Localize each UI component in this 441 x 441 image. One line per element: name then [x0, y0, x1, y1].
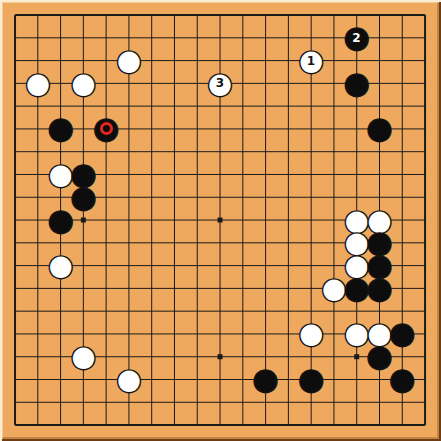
intersection[interactable]	[345, 368, 368, 391]
intersection[interactable]	[300, 391, 323, 414]
intersection[interactable]	[209, 300, 232, 323]
intersection[interactable]	[186, 95, 209, 118]
intersection[interactable]	[117, 209, 140, 232]
intersection[interactable]	[117, 140, 140, 163]
intersection[interactable]: ●	[368, 254, 391, 277]
intersection[interactable]	[4, 391, 27, 414]
intersection[interactable]	[140, 254, 163, 277]
intersection[interactable]: ●	[345, 231, 368, 254]
intersection[interactable]	[413, 117, 436, 140]
intersection[interactable]	[72, 26, 95, 49]
intersection[interactable]	[49, 322, 72, 345]
intersection[interactable]	[254, 72, 277, 95]
intersection[interactable]: ●	[300, 322, 323, 345]
intersection[interactable]	[277, 300, 300, 323]
intersection[interactable]	[117, 322, 140, 345]
intersection[interactable]	[117, 277, 140, 300]
intersection[interactable]	[300, 300, 323, 323]
intersection[interactable]	[345, 117, 368, 140]
intersection[interactable]	[322, 117, 345, 140]
intersection[interactable]	[72, 95, 95, 118]
intersection[interactable]	[49, 345, 72, 368]
intersection[interactable]	[26, 231, 49, 254]
intersection[interactable]	[254, 413, 277, 436]
intersection[interactable]	[391, 209, 414, 232]
intersection[interactable]	[140, 209, 163, 232]
intersection[interactable]	[209, 95, 232, 118]
intersection[interactable]	[345, 300, 368, 323]
intersection[interactable]	[209, 4, 232, 27]
intersection[interactable]	[413, 277, 436, 300]
intersection[interactable]	[163, 345, 186, 368]
intersection[interactable]	[254, 117, 277, 140]
intersection[interactable]	[26, 322, 49, 345]
intersection[interactable]	[49, 391, 72, 414]
intersection[interactable]	[277, 72, 300, 95]
intersection[interactable]: ●	[345, 209, 368, 232]
intersection[interactable]	[49, 4, 72, 27]
intersection[interactable]	[231, 322, 254, 345]
intersection[interactable]	[163, 49, 186, 72]
intersection[interactable]	[163, 231, 186, 254]
intersection[interactable]	[26, 277, 49, 300]
intersection[interactable]	[26, 368, 49, 391]
intersection[interactable]	[209, 49, 232, 72]
intersection[interactable]	[140, 95, 163, 118]
intersection[interactable]	[300, 231, 323, 254]
intersection[interactable]	[186, 231, 209, 254]
intersection[interactable]	[368, 4, 391, 27]
intersection[interactable]	[277, 345, 300, 368]
intersection[interactable]	[391, 345, 414, 368]
intersection[interactable]	[140, 300, 163, 323]
intersection[interactable]	[4, 413, 27, 436]
intersection[interactable]	[300, 26, 323, 49]
intersection[interactable]	[49, 95, 72, 118]
intersection[interactable]	[209, 163, 232, 186]
intersection[interactable]	[95, 140, 118, 163]
intersection[interactable]	[186, 49, 209, 72]
intersection[interactable]	[300, 163, 323, 186]
intersection[interactable]	[254, 163, 277, 186]
intersection[interactable]: ●	[368, 231, 391, 254]
intersection[interactable]	[140, 72, 163, 95]
intersection[interactable]	[231, 391, 254, 414]
intersection[interactable]	[209, 368, 232, 391]
intersection[interactable]	[4, 4, 27, 27]
intersection[interactable]	[117, 186, 140, 209]
intersection[interactable]	[231, 368, 254, 391]
intersection[interactable]: ●	[117, 368, 140, 391]
intersection[interactable]	[117, 345, 140, 368]
intersection[interactable]: ●	[49, 163, 72, 186]
intersection[interactable]	[209, 413, 232, 436]
intersection[interactable]	[49, 72, 72, 95]
intersection[interactable]	[345, 49, 368, 72]
intersection[interactable]: ●	[345, 322, 368, 345]
intersection[interactable]	[26, 345, 49, 368]
intersection[interactable]	[231, 117, 254, 140]
intersection[interactable]	[163, 26, 186, 49]
intersection[interactable]	[209, 117, 232, 140]
intersection[interactable]: ●	[49, 117, 72, 140]
intersection[interactable]	[277, 391, 300, 414]
intersection[interactable]	[322, 322, 345, 345]
intersection[interactable]	[322, 413, 345, 436]
intersection[interactable]	[163, 368, 186, 391]
intersection[interactable]	[95, 254, 118, 277]
intersection[interactable]	[368, 49, 391, 72]
intersection[interactable]	[391, 140, 414, 163]
intersection[interactable]	[413, 368, 436, 391]
intersection[interactable]	[277, 95, 300, 118]
intersection[interactable]	[231, 413, 254, 436]
intersection[interactable]	[391, 186, 414, 209]
intersection[interactable]	[95, 209, 118, 232]
intersection[interactable]	[163, 300, 186, 323]
intersection[interactable]	[300, 413, 323, 436]
intersection[interactable]	[26, 209, 49, 232]
intersection[interactable]	[231, 300, 254, 323]
intersection[interactable]	[117, 300, 140, 323]
intersection[interactable]	[95, 163, 118, 186]
intersection[interactable]	[4, 209, 27, 232]
intersection[interactable]	[95, 391, 118, 414]
intersection[interactable]	[163, 163, 186, 186]
intersection[interactable]	[277, 209, 300, 232]
intersection[interactable]	[391, 391, 414, 414]
intersection[interactable]	[186, 186, 209, 209]
intersection[interactable]	[300, 117, 323, 140]
intersection[interactable]	[300, 209, 323, 232]
intersection[interactable]	[163, 277, 186, 300]
intersection[interactable]: ●1	[300, 49, 323, 72]
intersection[interactable]	[72, 413, 95, 436]
intersection[interactable]: ●	[117, 49, 140, 72]
intersection[interactable]	[322, 300, 345, 323]
intersection[interactable]	[72, 368, 95, 391]
intersection[interactable]	[140, 117, 163, 140]
intersection[interactable]	[254, 95, 277, 118]
intersection[interactable]	[72, 231, 95, 254]
intersection[interactable]	[231, 26, 254, 49]
intersection[interactable]	[368, 186, 391, 209]
intersection[interactable]	[26, 254, 49, 277]
intersection[interactable]: ●	[72, 72, 95, 95]
intersection[interactable]	[49, 186, 72, 209]
intersection[interactable]: ●	[49, 209, 72, 232]
intersection[interactable]: ●	[254, 368, 277, 391]
intersection[interactable]: ●	[49, 254, 72, 277]
intersection[interactable]	[391, 277, 414, 300]
intersection[interactable]	[49, 277, 72, 300]
intersection[interactable]	[163, 95, 186, 118]
intersection[interactable]	[277, 26, 300, 49]
intersection[interactable]	[4, 163, 27, 186]
intersection[interactable]	[231, 231, 254, 254]
intersection[interactable]	[368, 368, 391, 391]
intersection[interactable]	[163, 322, 186, 345]
intersection[interactable]	[209, 322, 232, 345]
intersection[interactable]	[49, 231, 72, 254]
intersection[interactable]	[413, 186, 436, 209]
intersection[interactable]	[322, 4, 345, 27]
intersection[interactable]	[345, 4, 368, 27]
intersection[interactable]	[4, 277, 27, 300]
intersection[interactable]	[231, 163, 254, 186]
intersection[interactable]	[277, 4, 300, 27]
intersection[interactable]	[300, 345, 323, 368]
intersection[interactable]: ●	[72, 186, 95, 209]
intersection[interactable]	[254, 300, 277, 323]
intersection[interactable]	[413, 140, 436, 163]
intersection[interactable]	[209, 254, 232, 277]
intersection[interactable]	[140, 368, 163, 391]
intersection[interactable]	[231, 345, 254, 368]
intersection[interactable]: ●	[322, 277, 345, 300]
intersection[interactable]	[186, 413, 209, 436]
intersection[interactable]	[117, 231, 140, 254]
intersection[interactable]	[231, 186, 254, 209]
intersection[interactable]	[391, 231, 414, 254]
intersection[interactable]	[231, 254, 254, 277]
intersection[interactable]	[413, 95, 436, 118]
intersection[interactable]	[4, 345, 27, 368]
intersection[interactable]	[391, 163, 414, 186]
intersection[interactable]	[140, 231, 163, 254]
intersection[interactable]	[49, 140, 72, 163]
intersection[interactable]	[95, 231, 118, 254]
intersection[interactable]	[254, 140, 277, 163]
intersection[interactable]	[49, 26, 72, 49]
intersection[interactable]	[345, 140, 368, 163]
intersection[interactable]	[413, 231, 436, 254]
intersection[interactable]	[322, 209, 345, 232]
intersection[interactable]	[231, 209, 254, 232]
intersection[interactable]	[72, 4, 95, 27]
intersection[interactable]	[163, 254, 186, 277]
intersection[interactable]	[186, 322, 209, 345]
intersection[interactable]	[254, 277, 277, 300]
intersection[interactable]	[345, 391, 368, 414]
intersection[interactable]	[413, 49, 436, 72]
intersection[interactable]	[209, 391, 232, 414]
intersection[interactable]	[95, 322, 118, 345]
intersection[interactable]: ●	[391, 368, 414, 391]
intersection[interactable]	[72, 391, 95, 414]
intersection[interactable]	[72, 277, 95, 300]
intersection[interactable]	[186, 26, 209, 49]
intersection[interactable]	[368, 72, 391, 95]
intersection[interactable]	[231, 140, 254, 163]
intersection[interactable]	[322, 163, 345, 186]
intersection[interactable]	[4, 72, 27, 95]
intersection[interactable]	[186, 345, 209, 368]
intersection[interactable]	[95, 413, 118, 436]
intersection[interactable]	[4, 231, 27, 254]
intersection[interactable]	[26, 95, 49, 118]
intersection[interactable]	[368, 140, 391, 163]
intersection[interactable]	[254, 4, 277, 27]
intersection[interactable]	[254, 254, 277, 277]
intersection[interactable]	[95, 368, 118, 391]
intersection[interactable]: ●2	[345, 26, 368, 49]
intersection[interactable]	[254, 209, 277, 232]
intersection[interactable]	[4, 26, 27, 49]
intersection[interactable]	[186, 140, 209, 163]
intersection[interactable]: ●	[391, 322, 414, 345]
intersection[interactable]	[72, 140, 95, 163]
intersection[interactable]	[277, 231, 300, 254]
intersection[interactable]	[4, 368, 27, 391]
intersection[interactable]	[322, 26, 345, 49]
intersection[interactable]	[391, 413, 414, 436]
intersection[interactable]	[95, 345, 118, 368]
intersection[interactable]	[140, 26, 163, 49]
intersection[interactable]	[391, 117, 414, 140]
intersection[interactable]	[95, 95, 118, 118]
intersection[interactable]	[277, 368, 300, 391]
intersection[interactable]	[277, 186, 300, 209]
intersection[interactable]: ●	[368, 117, 391, 140]
intersection[interactable]	[391, 26, 414, 49]
intersection[interactable]	[231, 72, 254, 95]
intersection[interactable]	[345, 163, 368, 186]
intersection[interactable]: ●	[95, 117, 118, 140]
intersection[interactable]	[300, 277, 323, 300]
intersection[interactable]	[322, 368, 345, 391]
intersection[interactable]	[277, 413, 300, 436]
intersection[interactable]	[186, 277, 209, 300]
intersection[interactable]	[26, 49, 49, 72]
intersection[interactable]	[163, 72, 186, 95]
intersection[interactable]	[4, 300, 27, 323]
intersection[interactable]	[277, 254, 300, 277]
intersection[interactable]	[186, 72, 209, 95]
intersection[interactable]	[163, 117, 186, 140]
intersection[interactable]	[140, 4, 163, 27]
intersection[interactable]	[140, 186, 163, 209]
intersection[interactable]	[26, 300, 49, 323]
intersection[interactable]	[117, 391, 140, 414]
intersection[interactable]	[140, 49, 163, 72]
intersection[interactable]	[413, 254, 436, 277]
intersection[interactable]	[163, 391, 186, 414]
intersection[interactable]	[277, 277, 300, 300]
intersection[interactable]: ●	[300, 368, 323, 391]
intersection[interactable]	[300, 140, 323, 163]
intersection[interactable]	[413, 413, 436, 436]
intersection[interactable]	[391, 72, 414, 95]
intersection[interactable]	[231, 95, 254, 118]
intersection[interactable]	[72, 117, 95, 140]
intersection[interactable]	[322, 95, 345, 118]
intersection[interactable]	[72, 322, 95, 345]
intersection[interactable]	[368, 300, 391, 323]
intersection[interactable]	[140, 277, 163, 300]
intersection[interactable]	[72, 254, 95, 277]
intersection[interactable]	[345, 95, 368, 118]
intersection[interactable]	[186, 117, 209, 140]
intersection[interactable]	[95, 277, 118, 300]
intersection[interactable]	[117, 72, 140, 95]
intersection[interactable]	[26, 26, 49, 49]
intersection[interactable]	[231, 49, 254, 72]
intersection[interactable]	[368, 95, 391, 118]
intersection[interactable]	[4, 186, 27, 209]
intersection[interactable]	[300, 4, 323, 27]
intersection[interactable]	[277, 322, 300, 345]
intersection[interactable]	[300, 186, 323, 209]
intersection[interactable]	[368, 413, 391, 436]
intersection[interactable]	[140, 163, 163, 186]
intersection[interactable]	[95, 72, 118, 95]
intersection[interactable]	[117, 163, 140, 186]
intersection[interactable]	[345, 413, 368, 436]
intersection[interactable]: ●	[368, 322, 391, 345]
intersection[interactable]	[117, 95, 140, 118]
intersection[interactable]	[4, 49, 27, 72]
intersection[interactable]: ●	[368, 277, 391, 300]
intersection[interactable]	[49, 368, 72, 391]
intersection[interactable]	[254, 231, 277, 254]
intersection[interactable]	[4, 117, 27, 140]
intersection[interactable]	[231, 4, 254, 27]
intersection[interactable]	[413, 300, 436, 323]
intersection[interactable]	[163, 413, 186, 436]
intersection[interactable]	[186, 391, 209, 414]
intersection[interactable]	[186, 368, 209, 391]
intersection[interactable]	[72, 49, 95, 72]
intersection[interactable]: ●	[26, 72, 49, 95]
intersection[interactable]	[345, 186, 368, 209]
intersection[interactable]	[254, 186, 277, 209]
intersection[interactable]	[95, 49, 118, 72]
intersection[interactable]	[163, 209, 186, 232]
intersection[interactable]	[300, 72, 323, 95]
intersection[interactable]	[163, 4, 186, 27]
intersection[interactable]	[391, 4, 414, 27]
intersection[interactable]	[186, 254, 209, 277]
intersection[interactable]	[413, 391, 436, 414]
intersection[interactable]	[254, 49, 277, 72]
intersection[interactable]	[209, 26, 232, 49]
intersection[interactable]	[322, 345, 345, 368]
intersection[interactable]	[49, 300, 72, 323]
intersection[interactable]	[95, 26, 118, 49]
intersection[interactable]	[163, 186, 186, 209]
intersection[interactable]: ●	[72, 345, 95, 368]
intersection[interactable]	[413, 209, 436, 232]
intersection[interactable]	[117, 254, 140, 277]
intersection[interactable]	[254, 26, 277, 49]
intersection[interactable]	[163, 140, 186, 163]
intersection[interactable]	[277, 163, 300, 186]
intersection[interactable]	[413, 345, 436, 368]
intersection[interactable]	[26, 413, 49, 436]
intersection[interactable]	[26, 391, 49, 414]
intersection[interactable]: ●	[368, 209, 391, 232]
intersection[interactable]	[26, 140, 49, 163]
intersection[interactable]	[72, 209, 95, 232]
intersection[interactable]	[300, 95, 323, 118]
intersection[interactable]	[254, 322, 277, 345]
intersection[interactable]	[322, 186, 345, 209]
intersection[interactable]	[140, 345, 163, 368]
intersection[interactable]	[209, 231, 232, 254]
intersection[interactable]: ●	[368, 345, 391, 368]
intersection[interactable]	[391, 95, 414, 118]
